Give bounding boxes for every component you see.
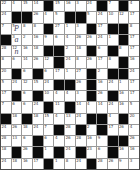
- grid-cell[interactable]: 17: [129, 80, 139, 90]
- black-cell: [44, 46, 54, 56]
- cell-number: 8: [34, 24, 36, 28]
- grid-cell[interactable]: 8: [76, 57, 86, 67]
- grid-cell[interactable]: 26: [129, 136, 139, 146]
- black-cell: [76, 125, 86, 135]
- grid-cell[interactable]: 3: [76, 91, 86, 101]
- grid-cell[interactable]: 1: [44, 147, 54, 157]
- cell-number: 24: [108, 80, 113, 84]
- grid-cell[interactable]: 22: [1, 1, 11, 11]
- cell-number: 24: [2, 12, 7, 16]
- cell-number: 17: [130, 35, 135, 39]
- black-cell: [108, 46, 118, 56]
- grid-cell[interactable]: 2: [97, 69, 107, 79]
- grid-cell[interactable]: 6: [22, 69, 32, 79]
- cell-number: 24: [66, 147, 71, 151]
- grid-cell[interactable]: 26: [87, 35, 97, 45]
- grid-cell[interactable]: 6: [22, 102, 32, 112]
- grid-cell[interactable]: 13: [12, 136, 22, 146]
- black-cell: [33, 69, 43, 79]
- cell-number: 5: [87, 12, 89, 16]
- grid-cell[interactable]: 24: [108, 80, 118, 90]
- cell-number: 13: [66, 114, 71, 118]
- grid-cell[interactable]: 20: [1, 69, 11, 79]
- cell-number: 26: [66, 136, 71, 140]
- grid-cell[interactable]: 6: [44, 69, 54, 79]
- cell-number: 20: [130, 114, 135, 118]
- cell-number: 17: [55, 69, 60, 73]
- cell-number: 6: [55, 35, 57, 39]
- grid-cell[interactable]: 24: [1, 125, 11, 135]
- grid-cell[interactable]: 10: [108, 12, 118, 22]
- grid-cell[interactable]: 17: [33, 159, 43, 169]
- cell-number: 24: [76, 159, 81, 163]
- grid-cell[interactable]: 3a: [12, 35, 22, 45]
- cell-number: 28: [2, 46, 7, 50]
- cell-number: 24: [12, 80, 17, 84]
- grid-cell[interactable]: 6: [22, 91, 32, 101]
- cell-number: 6: [98, 147, 100, 151]
- cell-number: 16: [98, 80, 103, 84]
- grid-cell[interactable]: 4: [108, 114, 118, 124]
- grid-cell[interactable]: 24: [97, 35, 107, 45]
- grid-cell[interactable]: 9: [44, 35, 54, 45]
- grid-cell[interactable]: 1: [108, 35, 118, 45]
- cell-number: 24: [34, 125, 39, 129]
- black-cell: [1, 114, 11, 124]
- grid-cell[interactable]: 16: [22, 159, 32, 169]
- black-cell: [87, 159, 97, 169]
- cell-number: 7: [2, 24, 4, 28]
- grid-cell[interactable]: 26: [119, 125, 129, 135]
- grid-cell[interactable]: 18: [12, 114, 22, 124]
- cell-number: 8: [76, 57, 78, 61]
- grid-cell[interactable]: 17: [129, 46, 139, 56]
- black-cell: [54, 80, 64, 90]
- grid-cell[interactable]: 1: [65, 24, 75, 34]
- pencil-letter: n: [12, 46, 22, 56]
- grid-cell[interactable]: 26: [76, 35, 86, 45]
- grid-cell[interactable]: 26: [22, 147, 32, 157]
- cell-number: 1: [44, 147, 46, 151]
- grid-cell[interactable]: 6: [54, 35, 64, 45]
- cell-number: 16: [23, 159, 28, 163]
- grid-cell[interactable]: 12: [119, 12, 129, 22]
- grid-cell[interactable]: 17: [1, 91, 11, 101]
- grid-cell[interactable]: 24: [33, 102, 43, 112]
- grid-cell[interactable]: 8: [119, 46, 129, 56]
- grid-cell[interactable]: 7: [108, 1, 118, 11]
- black-cell: [54, 125, 64, 135]
- grid-cell[interactable]: 1: [119, 80, 129, 90]
- black-cell: [108, 136, 118, 146]
- cell-number: 4: [66, 35, 68, 39]
- grid-cell[interactable]: 17: [97, 24, 107, 34]
- cell-number: 6: [23, 69, 25, 73]
- cell-number: 26: [119, 125, 124, 129]
- black-cell: [87, 46, 97, 56]
- grid-cell[interactable]: 6: [44, 136, 54, 146]
- cell-number: 24: [2, 159, 7, 163]
- cell-number: 26: [34, 12, 39, 16]
- cell-number: 16: [119, 147, 124, 151]
- grid-cell[interactable]: 20: [129, 114, 139, 124]
- grid-cell[interactable]: 27: [76, 69, 86, 79]
- grid-cell[interactable]: 14: [22, 57, 32, 67]
- black-cell: [119, 114, 129, 124]
- cell-number: 4: [130, 125, 132, 129]
- grid-cell[interactable]: 6: [97, 147, 107, 157]
- grid-cell[interactable]: 8: [129, 24, 139, 34]
- cell-number: 17: [108, 125, 113, 129]
- grid-cell[interactable]: 24: [33, 125, 43, 135]
- grid-cell[interactable]: 16: [22, 46, 32, 56]
- grid-cell[interactable]: 17: [97, 57, 107, 67]
- grid-cell[interactable]: 16: [87, 136, 97, 146]
- grid-cell[interactable]: 24: [1, 159, 11, 169]
- cell-number: 5: [2, 80, 4, 84]
- cell-number: 9: [44, 35, 46, 39]
- black-cell: [65, 102, 75, 112]
- grid-cell[interactable]: 26: [33, 12, 43, 22]
- cell-number: 26: [23, 147, 28, 151]
- cell-number: 18: [12, 159, 17, 163]
- cell-number: 24: [66, 57, 71, 61]
- black-cell: [65, 80, 75, 90]
- grid-cell[interactable]: 14: [33, 1, 43, 11]
- black-cell: [119, 57, 129, 67]
- grid-cell[interactable]: 4: [129, 125, 139, 135]
- grid-cell[interactable]: 16: [119, 91, 129, 101]
- grid-cell[interactable]: 4: [12, 1, 22, 11]
- cell-number: 1: [55, 159, 57, 163]
- grid-cell[interactable]: 28: [76, 136, 86, 146]
- cell-number: 17: [2, 91, 7, 95]
- cell-number: 8: [2, 57, 4, 61]
- grid-cell[interactable]: 10: [44, 91, 54, 101]
- grid-cell[interactable]: 24: [129, 69, 139, 79]
- grid-cell[interactable]: 2: [65, 46, 75, 56]
- pencil-letter: a: [12, 35, 22, 45]
- grid-cell[interactable]: 1: [65, 69, 75, 79]
- grid-cell[interactable]: 7: [1, 24, 11, 34]
- grid-cell[interactable]: 3: [76, 1, 86, 11]
- grid-cell[interactable]: 13: [65, 114, 75, 124]
- cell-number: 11: [55, 102, 60, 106]
- cell-number: 24: [34, 102, 39, 106]
- cell-number: 26: [12, 125, 17, 129]
- cell-number: 3: [76, 24, 78, 28]
- cell-number: 28: [76, 136, 81, 140]
- grid-cell[interactable]: 4: [54, 136, 64, 146]
- cell-number: 6: [12, 102, 14, 106]
- cell-number: 26: [98, 91, 103, 95]
- grid-cell[interactable]: 4: [54, 91, 64, 101]
- grid-cell[interactable]: 7: [1, 102, 11, 112]
- cell-number: 28: [2, 136, 7, 140]
- grid-cell[interactable]: 28: [97, 159, 107, 169]
- pencil-letter: P: [12, 24, 22, 34]
- grid-cell[interactable]: 18: [33, 46, 43, 56]
- grid-cell[interactable]: 9: [119, 159, 129, 169]
- grid-cell[interactable]: 5: [129, 102, 139, 112]
- black-cell: [1, 35, 11, 45]
- cell-number: 18: [12, 114, 17, 118]
- cell-number: 20: [2, 69, 7, 73]
- cell-number: 8: [66, 159, 68, 163]
- cell-number: 17: [130, 46, 135, 50]
- cell-number: 15: [55, 1, 60, 5]
- cell-number: 12: [44, 57, 49, 61]
- grid-cell[interactable]: 26: [33, 57, 43, 67]
- cell-number: 16: [130, 57, 135, 61]
- grid-cell[interactable]: 14: [97, 102, 107, 112]
- cell-number: 4: [55, 136, 57, 140]
- grid-cell[interactable]: 3: [129, 159, 139, 169]
- grid-cell[interactable]: 4: [87, 102, 97, 112]
- grid-cell[interactable]: 18: [12, 159, 22, 169]
- cell-number: 2: [87, 125, 89, 129]
- cell-number: 16: [66, 1, 71, 5]
- black-cell: [22, 12, 32, 22]
- black-cell: [76, 147, 86, 157]
- cell-number: 16: [34, 35, 39, 39]
- cell-number: 6: [98, 46, 100, 50]
- grid-cell[interactable]: 24: [12, 80, 22, 90]
- grid-cell[interactable]: 14: [76, 102, 86, 112]
- cell-number: 24: [98, 35, 103, 39]
- cell-number: 1: [66, 24, 68, 28]
- grid-cell[interactable]: 18: [33, 114, 43, 124]
- grid-cell[interactable]: 15: [33, 80, 43, 90]
- grid-cell[interactable]: 15: [54, 1, 64, 11]
- grid-cell[interactable]: 6: [97, 46, 107, 56]
- grid-cell[interactable]: 17: [129, 91, 139, 101]
- cell-number: 18: [34, 46, 39, 50]
- grid-cell[interactable]: 16: [129, 57, 139, 67]
- black-cell: [12, 69, 22, 79]
- grid-cell[interactable]: 17: [129, 12, 139, 22]
- cell-number: 4: [12, 1, 14, 5]
- black-cell: [12, 147, 22, 157]
- cell-number: 18: [23, 125, 28, 129]
- grid-cell[interactable]: 17: [129, 35, 139, 45]
- black-cell: [12, 91, 22, 101]
- cell-number: 5: [130, 102, 132, 106]
- grid-cell[interactable]: 26: [76, 80, 86, 90]
- grid-cell[interactable]: 8: [22, 24, 32, 34]
- cell-number: 24: [87, 1, 92, 5]
- grid-cell[interactable]: 24: [76, 114, 86, 124]
- grid-cell[interactable]: 26: [12, 125, 22, 135]
- cell-number: 4: [130, 1, 132, 5]
- grid-cell[interactable]: 24: [76, 159, 86, 169]
- cell-number: 15: [34, 80, 39, 84]
- cell-number: 26: [87, 35, 92, 39]
- grid-cell[interactable]: 17: [54, 69, 64, 79]
- grid-cell[interactable]: 12n: [12, 46, 22, 56]
- black-cell: [119, 1, 129, 11]
- cell-number: 6: [23, 136, 25, 140]
- cell-number: 7: [2, 102, 4, 106]
- grid-cell[interactable]: 15: [22, 1, 32, 11]
- grid-cell[interactable]: 24: [65, 57, 75, 67]
- cell-number: 3: [76, 91, 78, 95]
- grid-cell[interactable]: 18: [76, 46, 86, 56]
- cell-number: 24: [44, 80, 49, 84]
- grid-cell[interactable]: 16: [129, 147, 139, 157]
- cell-number: 4: [66, 91, 68, 95]
- cell-number: 15: [44, 114, 49, 118]
- cell-number: 18: [34, 114, 39, 118]
- grid-cell[interactable]: 26: [65, 136, 75, 146]
- grid-cell[interactable]: 26: [108, 159, 118, 169]
- cell-number: 3: [130, 159, 132, 163]
- grid-cell[interactable]: 5: [87, 12, 97, 22]
- cell-number: 8: [130, 24, 132, 28]
- cell-number: 13: [12, 136, 17, 140]
- cell-number: 6: [23, 91, 25, 95]
- black-cell: [44, 1, 54, 11]
- grid-cell[interactable]: 23: [87, 147, 97, 157]
- black-cell: [76, 12, 86, 22]
- cell-number: 17: [130, 91, 135, 95]
- grid-cell[interactable]: 27: [54, 24, 64, 34]
- cell-number: 16: [130, 147, 135, 151]
- grid-cell[interactable]: 17: [108, 125, 118, 135]
- grid-cell[interactable]: 1: [54, 159, 64, 169]
- cell-number: 6: [44, 69, 46, 73]
- black-cell: [33, 91, 43, 101]
- grid-cell[interactable]: 16: [33, 35, 43, 45]
- grid-cell[interactable]: 6: [12, 102, 22, 112]
- black-cell: [65, 12, 75, 22]
- grid-cell[interactable]: 28: [65, 125, 75, 135]
- cell-number: 16: [119, 102, 124, 106]
- black-cell: [97, 114, 107, 124]
- grid-cell[interactable]: 26: [87, 57, 97, 67]
- cell-number: 10: [44, 91, 49, 95]
- grid-cell[interactable]: 16: [65, 1, 75, 11]
- cell-number: 5: [55, 12, 57, 16]
- cell-number: 6: [44, 136, 46, 140]
- grid-cell[interactable]: 2: [87, 125, 97, 135]
- grid-cell[interactable]: 18: [1, 147, 11, 157]
- grid-cell[interactable]: 8: [108, 57, 118, 67]
- grid-cell[interactable]: 5: [54, 12, 64, 22]
- cell-number: 28: [98, 159, 103, 163]
- grid-cell[interactable]: 24: [44, 80, 54, 90]
- grid-cell[interactable]: 5: [1, 80, 11, 90]
- codeword-grid: 224151415163247424264552410121775P882713…: [0, 0, 140, 170]
- cell-number: 8: [119, 46, 121, 50]
- grid-cell[interactable]: 16: [97, 80, 107, 90]
- cell-number: 6: [23, 102, 25, 106]
- grid-cell[interactable]: 24: [65, 147, 75, 157]
- grid-cell[interactable]: 6: [22, 136, 32, 146]
- black-cell: [108, 147, 118, 157]
- cell-number: 3: [76, 1, 78, 5]
- grid-cell[interactable]: 4: [54, 114, 64, 124]
- black-cell: [119, 24, 129, 34]
- grid-cell[interactable]: 12: [22, 80, 32, 90]
- cell-number: 16: [119, 91, 124, 95]
- black-cell: [87, 69, 97, 79]
- cell-number: 4: [87, 102, 89, 106]
- cell-number: 9: [119, 159, 121, 163]
- grid-cell[interactable]: 3: [76, 24, 86, 34]
- cell-number: 14: [98, 102, 103, 106]
- black-cell: [108, 24, 118, 34]
- grid-cell[interactable]: 7: [44, 125, 54, 135]
- grid-cell[interactable]: 15: [44, 114, 54, 124]
- cell-number: 26: [34, 57, 39, 61]
- grid-cell[interactable]: 8: [33, 24, 43, 34]
- cell-number: 17: [34, 159, 39, 163]
- cell-number: 18: [76, 46, 81, 50]
- grid-cell[interactable]: 5P: [12, 24, 22, 34]
- grid-cell[interactable]: 11: [54, 102, 64, 112]
- grid-cell[interactable]: 4: [65, 91, 75, 101]
- cell-number: 24: [98, 12, 103, 16]
- grid-cell[interactable]: 4: [65, 35, 75, 45]
- grid-cell[interactable]: 24: [97, 12, 107, 22]
- cell-number: 10: [108, 12, 113, 16]
- cell-number: 28: [66, 125, 71, 129]
- cell-number: 1: [119, 80, 121, 84]
- cell-number: 2: [98, 69, 100, 73]
- grid-cell[interactable]: 2: [22, 35, 32, 45]
- grid-cell[interactable]: 4: [129, 1, 139, 11]
- cell-number: 1: [108, 35, 110, 39]
- grid-cell[interactable]: 18: [22, 125, 32, 135]
- cell-number: 17: [130, 80, 135, 84]
- black-cell: [97, 125, 107, 135]
- cell-number: 16: [87, 136, 92, 140]
- grid-cell[interactable]: 28: [1, 136, 11, 146]
- cell-number: 14: [76, 102, 81, 106]
- grid-cell[interactable]: 4: [44, 12, 54, 22]
- black-cell: [87, 91, 97, 101]
- black-cell: [87, 114, 97, 124]
- grid-cell[interactable]: 9: [97, 136, 107, 146]
- black-cell: [33, 136, 43, 146]
- cell-number: 8: [23, 24, 25, 28]
- grid-cell[interactable]: 16: [119, 102, 129, 112]
- black-cell: [119, 35, 129, 45]
- grid-cell[interactable]: 24: [108, 102, 118, 112]
- grid-cell[interactable]: 8: [1, 57, 11, 67]
- grid-cell[interactable]: 6: [12, 57, 22, 67]
- cell-number: 24: [2, 125, 7, 129]
- black-cell: [119, 69, 129, 79]
- black-cell: [22, 114, 32, 124]
- cell-number: 2: [66, 46, 68, 50]
- black-cell: [108, 91, 118, 101]
- grid-cell[interactable]: 8: [65, 159, 75, 169]
- grid-cell[interactable]: 24: [1, 12, 11, 22]
- black-cell: [54, 57, 64, 67]
- grid-cell[interactable]: 26: [97, 91, 107, 101]
- cell-number: 26: [130, 136, 135, 140]
- grid-cell[interactable]: 12: [44, 57, 54, 67]
- cell-number: 26: [76, 35, 81, 39]
- grid-cell[interactable]: 28: [1, 46, 11, 56]
- cell-number: 22: [2, 1, 7, 5]
- grid-cell[interactable]: 16: [119, 147, 129, 157]
- black-cell: [44, 102, 54, 112]
- cell-number: 7: [44, 125, 46, 129]
- grid-cell[interactable]: 24: [87, 1, 97, 11]
